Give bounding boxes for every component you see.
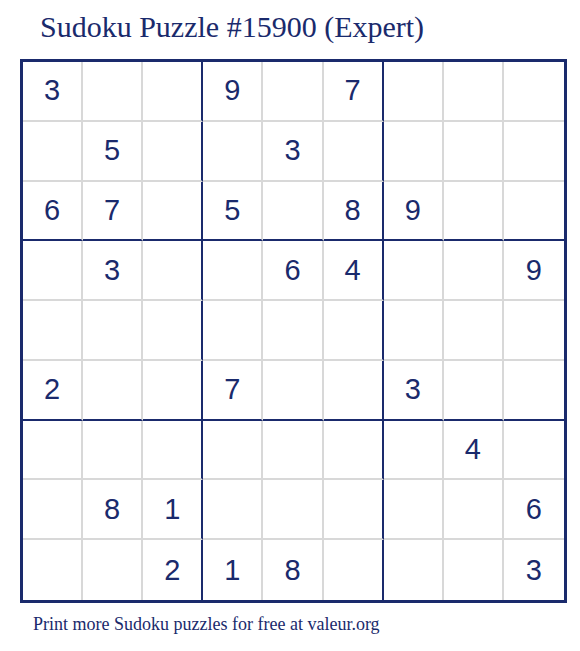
cell-r1c4: 9 [203,62,263,122]
cell-r2c3[interactable] [143,122,203,182]
cell-r9c1[interactable] [23,540,83,600]
cell-r9c6[interactable] [324,540,384,600]
cell-r2c1[interactable] [23,122,83,182]
cell-r5c2[interactable] [83,301,143,361]
cell-r6c8[interactable] [444,361,504,421]
cell-r5c6[interactable] [324,301,384,361]
cell-r7c1[interactable] [23,421,83,481]
cell-r4c4[interactable] [203,241,263,301]
cell-r9c4: 1 [203,540,263,600]
cell-r3c6: 8 [324,182,384,242]
footer-text: Print more Sudoku puzzles for free at va… [33,614,380,635]
cell-r1c7[interactable] [384,62,444,122]
cell-r4c1[interactable] [23,241,83,301]
cell-r8c2: 8 [83,480,143,540]
cell-r8c3: 1 [143,480,203,540]
cell-r4c9: 9 [504,241,564,301]
cell-r5c3[interactable] [143,301,203,361]
cell-r2c8[interactable] [444,122,504,182]
cell-r2c5: 3 [263,122,323,182]
cell-r2c9[interactable] [504,122,564,182]
cell-r1c6: 7 [324,62,384,122]
cell-r6c4: 7 [203,361,263,421]
cell-r1c8[interactable] [444,62,504,122]
cell-r6c9[interactable] [504,361,564,421]
cell-r2c4[interactable] [203,122,263,182]
cell-r4c8[interactable] [444,241,504,301]
cell-r4c6: 4 [324,241,384,301]
cell-r5c4[interactable] [203,301,263,361]
cell-r1c2[interactable] [83,62,143,122]
cell-r7c9[interactable] [504,421,564,481]
cell-r9c9: 3 [504,540,564,600]
cell-r9c8[interactable] [444,540,504,600]
cell-r1c9[interactable] [504,62,564,122]
cell-r3c4: 5 [203,182,263,242]
cell-r8c1[interactable] [23,480,83,540]
cell-r8c4[interactable] [203,480,263,540]
cell-r3c5[interactable] [263,182,323,242]
sudoku-board: 3975367589364927348162183 [20,59,567,603]
cell-r4c5: 6 [263,241,323,301]
cell-r3c7: 9 [384,182,444,242]
cell-r9c7[interactable] [384,540,444,600]
cell-r9c5: 8 [263,540,323,600]
cell-r5c8[interactable] [444,301,504,361]
page: Sudoku Puzzle #15900 (Expert) 3975367589… [0,0,580,651]
page-title: Sudoku Puzzle #15900 (Expert) [40,10,424,44]
cell-r4c7[interactable] [384,241,444,301]
cell-r6c7: 3 [384,361,444,421]
cell-r5c9[interactable] [504,301,564,361]
cell-r7c6[interactable] [324,421,384,481]
cell-r5c5[interactable] [263,301,323,361]
cell-r6c5[interactable] [263,361,323,421]
cell-r8c9: 6 [504,480,564,540]
cell-r5c1[interactable] [23,301,83,361]
cell-r8c8[interactable] [444,480,504,540]
cell-r1c1: 3 [23,62,83,122]
cell-r7c8: 4 [444,421,504,481]
cell-r9c2[interactable] [83,540,143,600]
cell-r1c5[interactable] [263,62,323,122]
cell-r2c6[interactable] [324,122,384,182]
cell-r8c7[interactable] [384,480,444,540]
cell-r3c1: 6 [23,182,83,242]
cell-r1c3[interactable] [143,62,203,122]
cell-r3c3[interactable] [143,182,203,242]
cell-r6c6[interactable] [324,361,384,421]
cell-r3c8[interactable] [444,182,504,242]
cell-r7c2[interactable] [83,421,143,481]
cell-r2c2: 5 [83,122,143,182]
cell-r3c9[interactable] [504,182,564,242]
cell-r3c2: 7 [83,182,143,242]
cell-r6c2[interactable] [83,361,143,421]
cell-r6c3[interactable] [143,361,203,421]
cell-r7c5[interactable] [263,421,323,481]
cell-r7c3[interactable] [143,421,203,481]
cell-r8c5[interactable] [263,480,323,540]
cell-r6c1: 2 [23,361,83,421]
cell-r4c3[interactable] [143,241,203,301]
cell-r9c3: 2 [143,540,203,600]
cell-r5c7[interactable] [384,301,444,361]
cell-r8c6[interactable] [324,480,384,540]
cell-r4c2: 3 [83,241,143,301]
cell-r2c7[interactable] [384,122,444,182]
cell-r7c7[interactable] [384,421,444,481]
cell-r7c4[interactable] [203,421,263,481]
